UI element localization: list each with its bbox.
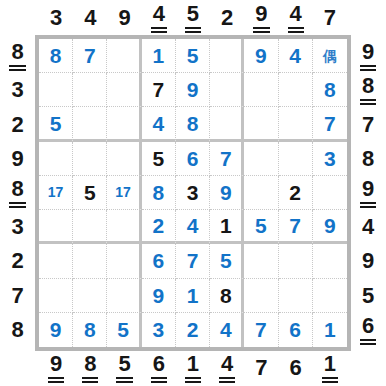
clue-right-1-satisfied-underline: 9 (360, 41, 376, 67)
cell-r7c2[interactable] (73, 244, 107, 278)
clue-bottom-1-satisfied-underline: 9 (48, 353, 64, 379)
cell-r6c7[interactable]: 5 (244, 210, 278, 244)
cell-r2c1[interactable] (39, 73, 73, 107)
cell-r2c8[interactable] (279, 73, 313, 107)
cell-r6c3[interactable] (107, 210, 141, 244)
clue-right-8: 5 (350, 279, 386, 313)
cell-r9c5[interactable]: 2 (176, 313, 210, 347)
clue-bottom-3-satisfied-underline: 5 (116, 353, 132, 379)
clue-bottom-6-satisfied-underline: 4 (219, 353, 235, 379)
clue-top-7-satisfied-underline: 9 (253, 3, 269, 29)
clue-bottom-2-satisfied-underline: 8 (82, 353, 98, 379)
cell-r6c4[interactable]: 2 (142, 210, 176, 244)
clue-right-2-satisfied-underline: 8 (360, 75, 376, 101)
cell-r2c6[interactable] (210, 73, 244, 107)
sudoku-board: 871594偶798548756731751783922415796759189… (35, 35, 351, 351)
clue-right-7: 9 (350, 244, 386, 278)
cell-r2c5[interactable]: 9 (176, 73, 210, 107)
clue-right-2: 8 (350, 73, 386, 107)
cell-r9c3[interactable]: 5 (107, 313, 141, 347)
cell-r8c5[interactable]: 1 (176, 279, 210, 313)
clue-left-6: 3 (0, 210, 35, 244)
cell-r8c7[interactable] (244, 279, 278, 313)
clue-top-8-satisfied-underline: 4 (288, 3, 304, 29)
cell-r7c9[interactable] (313, 244, 347, 278)
cell-r4c1[interactable] (39, 142, 73, 176)
cell-r5c5[interactable]: 3 (176, 176, 210, 210)
clue-bottom-7: 7 (244, 350, 278, 386)
cell-r1c2[interactable]: 7 (73, 39, 107, 73)
clue-top-6: 2 (210, 0, 244, 36)
cell-r2c2[interactable] (73, 73, 107, 107)
clue-bottom-9-satisfied-underline: 1 (322, 353, 338, 379)
cell-r5c1[interactable]: 17 (39, 176, 73, 210)
cell-r1c1[interactable]: 8 (39, 39, 73, 73)
clue-left-9: 8 (0, 313, 35, 347)
clue-right-3: 7 (350, 107, 386, 141)
cell-r3c6[interactable] (210, 107, 244, 141)
clue-top-8: 4 (279, 0, 313, 36)
clue-left-8: 7 (0, 279, 35, 313)
clue-right-1: 9 (350, 39, 386, 73)
cell-r3c3[interactable] (107, 107, 141, 141)
clue-left-5-satisfied-underline: 8 (9, 178, 25, 204)
clue-bottom-2: 8 (73, 350, 107, 386)
cell-r7c4[interactable]: 6 (142, 244, 176, 278)
cell-r8c6[interactable]: 8 (210, 279, 244, 313)
clue-bottom-5-satisfied-underline: 1 (185, 353, 201, 379)
cell-r6c2[interactable] (73, 210, 107, 244)
cell-r4c6[interactable]: 7 (210, 142, 244, 176)
cell-r1c3[interactable] (107, 39, 141, 73)
cell-r7c6[interactable]: 5 (210, 244, 244, 278)
clue-top-4: 4 (142, 0, 176, 36)
cell-r6c6[interactable]: 1 (210, 210, 244, 244)
cell-r5c4[interactable]: 8 (142, 176, 176, 210)
cell-r9c2[interactable]: 8 (73, 313, 107, 347)
cell-r2c7[interactable] (244, 73, 278, 107)
clue-bottom-3: 5 (107, 350, 141, 386)
clue-bottom-9: 1 (313, 350, 347, 386)
clues-right: 987894956 (350, 39, 386, 347)
cell-r9c4[interactable]: 3 (142, 313, 176, 347)
cell-r3c5[interactable]: 8 (176, 107, 210, 141)
clue-right-5-satisfied-underline: 9 (360, 178, 376, 204)
clue-top-2: 4 (73, 0, 107, 36)
cell-r3c8[interactable] (279, 107, 313, 141)
clues-left: 832983278 (0, 39, 35, 347)
cell-r7c3[interactable] (107, 244, 141, 278)
outside-sudoku-screen: 349452947 832983278 987894956 985614761 … (0, 0, 386, 386)
cell-r2c9[interactable]: 8 (313, 73, 347, 107)
cell-r4c5[interactable]: 6 (176, 142, 210, 176)
clue-top-4-satisfied-underline: 4 (151, 3, 167, 29)
cell-r2c4[interactable]: 7 (142, 73, 176, 107)
cell-r9c9[interactable]: 1 (313, 313, 347, 347)
clue-left-1: 8 (0, 39, 35, 73)
clues-bottom: 985614761 (39, 350, 347, 386)
cell-r3c4[interactable]: 4 (142, 107, 176, 141)
cell-r1c7[interactable]: 9 (244, 39, 278, 73)
cell-r4c9[interactable]: 3 (313, 142, 347, 176)
cell-r9c8[interactable]: 6 (279, 313, 313, 347)
cell-r1c8[interactable]: 4 (279, 39, 313, 73)
clue-bottom-5: 1 (176, 350, 210, 386)
clue-left-5: 8 (0, 176, 35, 210)
clue-left-7: 2 (0, 244, 35, 278)
clue-top-1: 3 (39, 0, 73, 36)
cell-r8c9[interactable] (313, 279, 347, 313)
cell-r4c4[interactable]: 5 (142, 142, 176, 176)
cell-r6c1[interactable] (39, 210, 73, 244)
cell-r3c9[interactable]: 7 (313, 107, 347, 141)
clue-left-3: 2 (0, 107, 35, 141)
cell-r5c6[interactable]: 9 (210, 176, 244, 210)
clue-bottom-4: 6 (142, 350, 176, 386)
cell-r1c9[interactable]: 偶 (313, 39, 347, 73)
clue-left-1-satisfied-underline: 8 (9, 41, 25, 67)
cell-r1c5[interactable]: 5 (176, 39, 210, 73)
cell-r1c6[interactable] (210, 39, 244, 73)
cell-r4c2[interactable] (73, 142, 107, 176)
clue-top-5: 5 (176, 0, 210, 36)
cell-r4c8[interactable] (279, 142, 313, 176)
clue-right-6: 4 (350, 210, 386, 244)
clue-top-9: 7 (313, 0, 347, 36)
cell-r6c5[interactable]: 4 (176, 210, 210, 244)
clue-left-2: 3 (0, 73, 35, 107)
cell-r5c8[interactable]: 2 (279, 176, 313, 210)
cell-r8c3[interactable] (107, 279, 141, 313)
clue-top-7: 9 (244, 0, 278, 36)
cell-r3c2[interactable] (73, 107, 107, 141)
clue-right-9: 6 (350, 313, 386, 347)
clue-left-4: 9 (0, 142, 35, 176)
cell-r8c8[interactable] (279, 279, 313, 313)
cell-r7c1[interactable] (39, 244, 73, 278)
cell-r6c9[interactable]: 9 (313, 210, 347, 244)
cell-r8c1[interactable] (39, 279, 73, 313)
cell-r9c1[interactable]: 9 (39, 313, 73, 347)
cell-r9c7[interactable]: 7 (244, 313, 278, 347)
clue-right-5: 9 (350, 176, 386, 210)
cell-r9c6[interactable]: 4 (210, 313, 244, 347)
clue-bottom-8: 6 (279, 350, 313, 386)
clue-bottom-4-satisfied-underline: 6 (151, 353, 167, 379)
cell-r6c8[interactable]: 7 (279, 210, 313, 244)
clue-bottom-6: 4 (210, 350, 244, 386)
clue-top-3: 9 (107, 0, 141, 36)
cell-r5c3[interactable]: 17 (107, 176, 141, 210)
cell-r8c2[interactable] (73, 279, 107, 313)
cell-r7c8[interactable] (279, 244, 313, 278)
cell-r4c3[interactable] (107, 142, 141, 176)
clue-right-9-satisfied-underline: 6 (360, 315, 376, 341)
cell-r5c2[interactable]: 5 (73, 176, 107, 210)
clue-right-4: 8 (350, 142, 386, 176)
cell-r7c7[interactable] (244, 244, 278, 278)
cell-r1c4[interactable]: 1 (142, 39, 176, 73)
cell-r2c3[interactable] (107, 73, 141, 107)
cell-r7c5[interactable]: 7 (176, 244, 210, 278)
clue-top-5-satisfied-underline: 5 (185, 3, 201, 29)
cell-r3c7[interactable] (244, 107, 278, 141)
cell-r3c1[interactable]: 5 (39, 107, 73, 141)
clue-bottom-1: 9 (39, 350, 73, 386)
cell-r8c4[interactable]: 9 (142, 279, 176, 313)
clues-top: 349452947 (39, 0, 347, 36)
cell-r5c7[interactable] (244, 176, 278, 210)
cell-r5c9[interactable] (313, 176, 347, 210)
cell-r4c7[interactable] (244, 142, 278, 176)
